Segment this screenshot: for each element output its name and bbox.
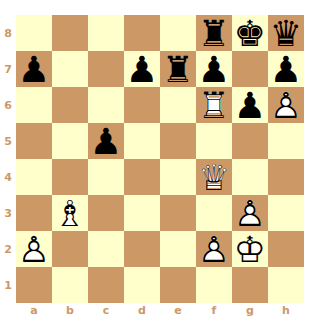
square-d8[interactable] <box>124 15 160 51</box>
white-queen-outline: ♕ <box>196 159 232 195</box>
square-b6[interactable] <box>52 87 88 123</box>
square-f7[interactable]: ♟ <box>196 51 232 87</box>
square-h8[interactable]: ♛ <box>268 15 304 51</box>
square-a2[interactable]: ♟♙ <box>16 231 52 267</box>
file-label-c: c <box>88 302 124 319</box>
square-g7[interactable] <box>232 51 268 87</box>
white-pawn-fill: ♟ <box>268 87 304 123</box>
square-d5[interactable] <box>124 123 160 159</box>
square-d7[interactable]: ♟ <box>124 51 160 87</box>
white-rook-fill: ♜ <box>196 87 232 123</box>
square-g4[interactable] <box>232 159 268 195</box>
rank-label-7: 7 <box>0 51 16 87</box>
square-e7[interactable]: ♜ <box>160 51 196 87</box>
white-bishop-outline: ♗ <box>52 195 88 231</box>
rank-label-4: 4 <box>0 159 16 195</box>
square-f3[interactable] <box>196 195 232 231</box>
file-label-a: a <box>16 302 52 319</box>
square-g6[interactable]: ♟ <box>232 87 268 123</box>
square-a5[interactable] <box>16 123 52 159</box>
rank-label-3: 3 <box>0 195 16 231</box>
square-h2[interactable] <box>268 231 304 267</box>
square-e6[interactable] <box>160 87 196 123</box>
square-b3[interactable]: ♝♗ <box>52 195 88 231</box>
white-pawn-outline: ♙ <box>196 231 232 267</box>
white-bishop-fill: ♝ <box>52 195 88 231</box>
square-h6[interactable]: ♟♙ <box>268 87 304 123</box>
black-rook-fill: ♜ <box>160 51 196 87</box>
square-g5[interactable] <box>232 123 268 159</box>
white-pawn-fill: ♟ <box>196 231 232 267</box>
square-f6[interactable]: ♜♖ <box>196 87 232 123</box>
file-label-h: h <box>268 302 304 319</box>
file-label-e: e <box>160 302 196 319</box>
black-pawn-fill: ♟ <box>88 123 124 159</box>
black-rook-fill: ♜ <box>196 15 232 51</box>
black-pawn-fill: ♟ <box>124 51 160 87</box>
white-king-fill: ♚ <box>232 231 268 267</box>
square-d2[interactable] <box>124 231 160 267</box>
square-a4[interactable] <box>16 159 52 195</box>
white-pawn-fill: ♟ <box>232 195 268 231</box>
square-e4[interactable] <box>160 159 196 195</box>
file-label-g: g <box>232 302 268 319</box>
square-c6[interactable] <box>88 87 124 123</box>
chess-board: ♜♚♛♟♟♜♟♟♜♖♟♟♙♟♛♕♝♗♟♙♟♙♟♙♚♔ <box>16 15 304 303</box>
rank-labels: 8 7 6 5 4 3 2 1 <box>0 15 16 303</box>
file-labels: a b c d e f g h <box>16 302 304 319</box>
square-e3[interactable] <box>160 195 196 231</box>
square-h4[interactable] <box>268 159 304 195</box>
chess-diagram: 8 7 6 5 4 3 2 1 ♜♚♛♟♟♜♟♟♜♖♟♟♙♟♛♕♝♗♟♙♟♙♟♙… <box>0 0 320 320</box>
black-pawn-fill: ♟ <box>232 87 268 123</box>
square-g8[interactable]: ♚ <box>232 15 268 51</box>
square-a7[interactable]: ♟ <box>16 51 52 87</box>
square-a8[interactable] <box>16 15 52 51</box>
file-label-b: b <box>52 302 88 319</box>
white-pawn-outline: ♙ <box>232 195 268 231</box>
square-c7[interactable] <box>88 51 124 87</box>
square-a3[interactable] <box>16 195 52 231</box>
square-f1[interactable] <box>196 267 232 303</box>
square-c5[interactable]: ♟ <box>88 123 124 159</box>
rank-label-1: 1 <box>0 267 16 303</box>
white-pawn-outline: ♙ <box>268 87 304 123</box>
rank-label-8: 8 <box>0 15 16 51</box>
square-e5[interactable] <box>160 123 196 159</box>
square-b5[interactable] <box>52 123 88 159</box>
black-pawn-fill: ♟ <box>16 51 52 87</box>
white-queen-fill: ♛ <box>196 159 232 195</box>
square-b7[interactable] <box>52 51 88 87</box>
square-h7[interactable]: ♟ <box>268 51 304 87</box>
white-king-outline: ♔ <box>232 231 268 267</box>
square-a1[interactable] <box>16 267 52 303</box>
white-pawn-fill: ♟ <box>16 231 52 267</box>
square-f4[interactable]: ♛♕ <box>196 159 232 195</box>
square-b2[interactable] <box>52 231 88 267</box>
square-g2[interactable]: ♚♔ <box>232 231 268 267</box>
black-pawn-fill: ♟ <box>196 51 232 87</box>
square-e8[interactable] <box>160 15 196 51</box>
white-pawn-outline: ♙ <box>16 231 52 267</box>
black-king-fill: ♚ <box>232 15 268 51</box>
square-b8[interactable] <box>52 15 88 51</box>
square-f8[interactable]: ♜ <box>196 15 232 51</box>
square-h3[interactable] <box>268 195 304 231</box>
square-g3[interactable]: ♟♙ <box>232 195 268 231</box>
square-h1[interactable] <box>268 267 304 303</box>
square-g1[interactable] <box>232 267 268 303</box>
square-d3[interactable] <box>124 195 160 231</box>
file-label-f: f <box>196 302 232 319</box>
square-f5[interactable] <box>196 123 232 159</box>
square-h5[interactable] <box>268 123 304 159</box>
white-rook-outline: ♖ <box>196 87 232 123</box>
file-label-d: d <box>124 302 160 319</box>
square-b1[interactable] <box>52 267 88 303</box>
square-d1[interactable] <box>124 267 160 303</box>
square-c4[interactable] <box>88 159 124 195</box>
square-c8[interactable] <box>88 15 124 51</box>
rank-label-2: 2 <box>0 231 16 267</box>
square-d4[interactable] <box>124 159 160 195</box>
rank-label-5: 5 <box>0 123 16 159</box>
square-e2[interactable] <box>160 231 196 267</box>
square-e1[interactable] <box>160 267 196 303</box>
square-c1[interactable] <box>88 267 124 303</box>
square-b4[interactable] <box>52 159 88 195</box>
square-c3[interactable] <box>88 195 124 231</box>
black-queen-fill: ♛ <box>268 15 304 51</box>
rank-label-6: 6 <box>0 87 16 123</box>
square-d6[interactable] <box>124 87 160 123</box>
black-pawn-fill: ♟ <box>268 51 304 87</box>
square-a6[interactable] <box>16 87 52 123</box>
square-c2[interactable] <box>88 231 124 267</box>
square-f2[interactable]: ♟♙ <box>196 231 232 267</box>
